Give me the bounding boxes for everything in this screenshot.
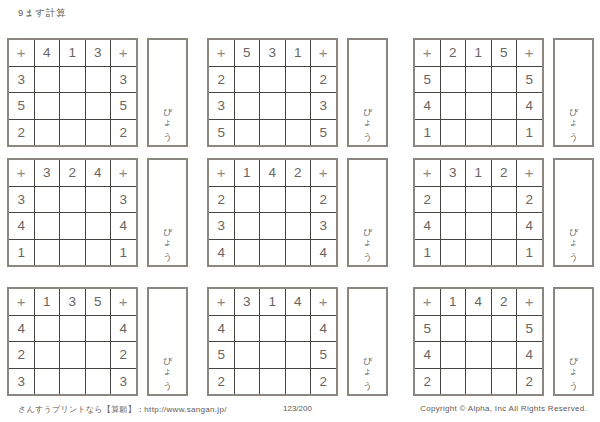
plus-operator-cell: + [9, 289, 34, 315]
answer-cell [466, 342, 491, 368]
answer-cell [466, 213, 491, 239]
given-number-cell: 1 [235, 160, 260, 186]
answer-cell [492, 93, 517, 119]
answer-cell [235, 213, 260, 239]
drill-block-1: +413+335522びょう [7, 38, 188, 147]
given-number-cell: 4 [9, 213, 34, 239]
given-number-cell: 4 [111, 316, 136, 342]
given-number-cell: 4 [466, 289, 491, 315]
timer-seconds-label: びょう [363, 350, 372, 387]
plus-operator-cell: + [415, 289, 440, 315]
given-number-cell: 3 [260, 40, 285, 66]
given-number-cell: 5 [111, 93, 136, 119]
addition-grid: +312+224411 [413, 158, 544, 267]
given-number-cell: 2 [517, 187, 542, 213]
answer-cell [60, 120, 85, 146]
timer-seconds-label: びょう [363, 221, 372, 258]
answer-cell [492, 120, 517, 146]
answer-cell [260, 369, 285, 395]
given-number-cell: 1 [111, 240, 136, 266]
answer-cell [235, 240, 260, 266]
given-number-cell: 3 [209, 93, 234, 119]
answer-cell [286, 93, 311, 119]
given-number-cell: 3 [9, 187, 34, 213]
answer-cell [466, 67, 491, 93]
timer-box: びょう [347, 38, 388, 147]
given-number-cell: 4 [517, 93, 542, 119]
given-number-cell: 1 [517, 240, 542, 266]
given-number-cell: 2 [60, 160, 85, 186]
given-number-cell: 4 [260, 160, 285, 186]
answer-cell [286, 316, 311, 342]
drill-block-3: +215+554411びょう [413, 38, 594, 147]
answer-cell [35, 213, 60, 239]
answer-cell [235, 369, 260, 395]
timer-box: びょう [347, 287, 388, 396]
addition-grid: +413+335522 [7, 38, 138, 147]
answer-cell [492, 240, 517, 266]
plus-operator-cell: + [311, 289, 336, 315]
given-number-cell: 2 [415, 369, 440, 395]
answer-cell [286, 187, 311, 213]
addition-grid: +314+445522 [207, 287, 338, 396]
given-number-cell: 2 [311, 67, 336, 93]
given-number-cell: 1 [466, 160, 491, 186]
worksheet-grid: +413+335522びょう+531+223355びょう+215+554411び… [0, 0, 600, 400]
addition-grid: +215+554411 [413, 38, 544, 147]
answer-cell [286, 213, 311, 239]
given-number-cell: 2 [9, 120, 34, 146]
answer-cell [286, 120, 311, 146]
timer-seconds-label: びょう [363, 101, 372, 138]
given-number-cell: 2 [311, 369, 336, 395]
drill-block-5: +142+223344びょう [207, 158, 388, 267]
plus-operator-cell: + [111, 289, 136, 315]
given-number-cell: 5 [86, 289, 111, 315]
given-number-cell: 2 [286, 160, 311, 186]
given-number-cell: 3 [311, 213, 336, 239]
answer-cell [235, 187, 260, 213]
addition-grid: +135+442233 [7, 287, 138, 396]
answer-cell [35, 67, 60, 93]
answer-cell [441, 316, 466, 342]
given-number-cell: 2 [441, 40, 466, 66]
plus-operator-cell: + [517, 160, 542, 186]
given-number-cell: 1 [441, 289, 466, 315]
timer-box: びょう [553, 38, 594, 147]
answer-cell [60, 93, 85, 119]
timer-box: びょう [553, 158, 594, 267]
plus-operator-cell: + [517, 289, 542, 315]
answer-cell [286, 240, 311, 266]
addition-grid: +324+334411 [7, 158, 138, 267]
given-number-cell: 2 [9, 342, 34, 368]
page-footer: さんすうプリントなら【算願】：http://www.sangan.jp/ 123… [0, 404, 600, 418]
given-number-cell: 3 [311, 93, 336, 119]
answer-cell [60, 342, 85, 368]
timer-box: びょう [147, 158, 188, 267]
answer-cell [466, 120, 491, 146]
answer-cell [235, 342, 260, 368]
given-number-cell: 3 [111, 369, 136, 395]
addition-grid: +142+223344 [207, 158, 338, 267]
timer-seconds-label: びょう [163, 221, 172, 258]
given-number-cell: 5 [235, 40, 260, 66]
given-number-cell: 1 [517, 120, 542, 146]
given-number-cell: 3 [111, 67, 136, 93]
answer-cell [466, 369, 491, 395]
answer-cell [492, 369, 517, 395]
answer-cell [492, 67, 517, 93]
answer-cell [260, 342, 285, 368]
given-number-cell: 4 [86, 160, 111, 186]
answer-cell [86, 93, 111, 119]
answer-cell [235, 316, 260, 342]
answer-cell [466, 187, 491, 213]
answer-cell [86, 120, 111, 146]
given-number-cell: 5 [415, 316, 440, 342]
given-number-cell: 5 [311, 120, 336, 146]
given-number-cell: 3 [9, 369, 34, 395]
answer-cell [60, 369, 85, 395]
answer-cell [286, 342, 311, 368]
answer-cell [35, 316, 60, 342]
answer-cell [260, 93, 285, 119]
plus-operator-cell: + [209, 40, 234, 66]
answer-cell [86, 240, 111, 266]
given-number-cell: 1 [415, 120, 440, 146]
drill-block-6: +312+224411びょう [413, 158, 594, 267]
timer-box: びょう [147, 287, 188, 396]
timer-box: びょう [347, 158, 388, 267]
plus-operator-cell: + [209, 289, 234, 315]
answer-cell [492, 342, 517, 368]
answer-cell [35, 240, 60, 266]
given-number-cell: 5 [492, 40, 517, 66]
answer-cell [492, 213, 517, 239]
timer-box: びょう [553, 287, 594, 396]
given-number-cell: 1 [60, 40, 85, 66]
timer-seconds-label: びょう [569, 101, 578, 138]
given-number-cell: 2 [209, 67, 234, 93]
timer-seconds-label: びょう [163, 350, 172, 387]
given-number-cell: 3 [235, 289, 260, 315]
plus-operator-cell: + [111, 160, 136, 186]
answer-cell [86, 213, 111, 239]
given-number-cell: 3 [9, 67, 34, 93]
timer-seconds-label: びょう [569, 221, 578, 258]
plus-operator-cell: + [209, 160, 234, 186]
given-number-cell: 2 [111, 342, 136, 368]
footer-site-link: さんすうプリントなら【算願】：http://www.sangan.jp/ [18, 404, 227, 415]
given-number-cell: 2 [492, 160, 517, 186]
drill-block-7: +135+442233びょう [7, 287, 188, 396]
answer-cell [260, 213, 285, 239]
given-number-cell: 5 [9, 93, 34, 119]
plus-operator-cell: + [9, 40, 34, 66]
answer-cell [60, 316, 85, 342]
given-number-cell: 5 [517, 67, 542, 93]
given-number-cell: 2 [209, 369, 234, 395]
answer-cell [492, 187, 517, 213]
answer-cell [35, 187, 60, 213]
answer-cell [260, 316, 285, 342]
given-number-cell: 4 [517, 342, 542, 368]
given-number-cell: 3 [35, 160, 60, 186]
answer-cell [260, 240, 285, 266]
given-number-cell: 4 [111, 213, 136, 239]
given-number-cell: 1 [35, 289, 60, 315]
addition-grid: +531+223355 [207, 38, 338, 147]
timer-seconds-label: びょう [163, 101, 172, 138]
answer-cell [286, 67, 311, 93]
drill-block-2: +531+223355びょう [207, 38, 388, 147]
answer-cell [441, 240, 466, 266]
footer-copyright: Copyright © Alpha, Inc All Rights Reserv… [420, 404, 587, 413]
answer-cell [60, 240, 85, 266]
given-number-cell: 4 [209, 240, 234, 266]
given-number-cell: 2 [492, 289, 517, 315]
answer-cell [235, 120, 260, 146]
plus-operator-cell: + [311, 160, 336, 186]
given-number-cell: 5 [517, 316, 542, 342]
answer-cell [466, 316, 491, 342]
timer-box: びょう [147, 38, 188, 147]
given-number-cell: 1 [9, 240, 34, 266]
drill-block-4: +324+334411びょう [7, 158, 188, 267]
drill-block-8: +314+445522びょう [207, 287, 388, 396]
answer-cell [86, 369, 111, 395]
timer-seconds-label: びょう [569, 350, 578, 387]
given-number-cell: 1 [415, 240, 440, 266]
given-number-cell: 2 [209, 187, 234, 213]
given-number-cell: 1 [466, 40, 491, 66]
given-number-cell: 4 [35, 40, 60, 66]
answer-cell [441, 187, 466, 213]
given-number-cell: 5 [415, 67, 440, 93]
plus-operator-cell: + [111, 40, 136, 66]
given-number-cell: 5 [209, 342, 234, 368]
drill-block-9: +142+554422びょう [413, 287, 594, 396]
answer-cell [35, 120, 60, 146]
answer-cell [441, 120, 466, 146]
answer-cell [492, 316, 517, 342]
given-number-cell: 4 [517, 213, 542, 239]
footer-page-number: 123/200 [283, 404, 312, 413]
answer-cell [260, 120, 285, 146]
given-number-cell: 2 [415, 187, 440, 213]
given-number-cell: 4 [286, 289, 311, 315]
plus-operator-cell: + [311, 40, 336, 66]
given-number-cell: 2 [311, 187, 336, 213]
answer-cell [86, 316, 111, 342]
answer-cell [441, 213, 466, 239]
answer-cell [35, 93, 60, 119]
answer-cell [441, 369, 466, 395]
given-number-cell: 2 [111, 120, 136, 146]
answer-cell [441, 67, 466, 93]
given-number-cell: 3 [209, 213, 234, 239]
plus-operator-cell: + [415, 160, 440, 186]
given-number-cell: 2 [517, 369, 542, 395]
given-number-cell: 4 [311, 316, 336, 342]
given-number-cell: 3 [86, 40, 111, 66]
given-number-cell: 4 [415, 213, 440, 239]
answer-cell [35, 369, 60, 395]
answer-cell [86, 342, 111, 368]
given-number-cell: 4 [415, 93, 440, 119]
plus-operator-cell: + [9, 160, 34, 186]
answer-cell [260, 187, 285, 213]
answer-cell [286, 369, 311, 395]
given-number-cell: 1 [260, 289, 285, 315]
answer-cell [466, 240, 491, 266]
plus-operator-cell: + [415, 40, 440, 66]
answer-cell [86, 187, 111, 213]
answer-cell [60, 67, 85, 93]
answer-cell [235, 93, 260, 119]
given-number-cell: 1 [286, 40, 311, 66]
answer-cell [35, 342, 60, 368]
answer-cell [466, 93, 491, 119]
answer-cell [60, 187, 85, 213]
answer-cell [441, 93, 466, 119]
answer-cell [260, 67, 285, 93]
given-number-cell: 4 [209, 316, 234, 342]
given-number-cell: 5 [311, 342, 336, 368]
answer-cell [441, 342, 466, 368]
addition-grid: +142+554422 [413, 287, 544, 396]
given-number-cell: 4 [415, 342, 440, 368]
given-number-cell: 3 [441, 160, 466, 186]
plus-operator-cell: + [517, 40, 542, 66]
given-number-cell: 3 [111, 187, 136, 213]
given-number-cell: 4 [9, 316, 34, 342]
answer-cell [60, 213, 85, 239]
answer-cell [235, 67, 260, 93]
given-number-cell: 5 [209, 120, 234, 146]
answer-cell [86, 67, 111, 93]
given-number-cell: 4 [311, 240, 336, 266]
given-number-cell: 3 [60, 289, 85, 315]
